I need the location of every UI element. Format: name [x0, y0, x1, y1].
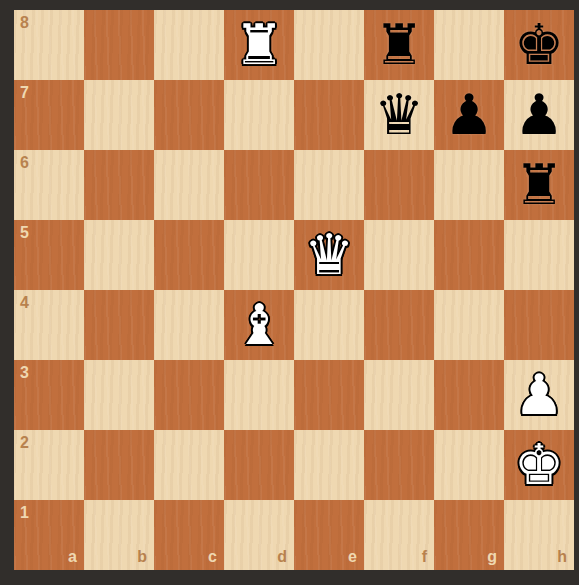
square-a5[interactable]: 5 [14, 220, 84, 290]
black-pawn-g7[interactable]: ♟ [444, 80, 494, 150]
rank-label-1: 1 [20, 505, 29, 521]
white-rook-d8[interactable]: ♜ [234, 10, 284, 80]
rank-label-6: 6 [20, 155, 29, 171]
square-d8[interactable]: ♜ [224, 10, 294, 80]
square-e5[interactable]: ♛ [294, 220, 364, 290]
black-pawn-h7[interactable]: ♟ [514, 80, 564, 150]
square-h1[interactable]: h [504, 500, 574, 570]
square-d6[interactable] [224, 150, 294, 220]
square-e8[interactable] [294, 10, 364, 80]
square-c2[interactable] [154, 430, 224, 500]
square-h7[interactable]: ♟ [504, 80, 574, 150]
square-e1[interactable]: e [294, 500, 364, 570]
square-f3[interactable] [364, 360, 434, 430]
square-h5[interactable] [504, 220, 574, 290]
square-f1[interactable]: f [364, 500, 434, 570]
square-a8[interactable]: 8 [14, 10, 84, 80]
square-f4[interactable] [364, 290, 434, 360]
square-f2[interactable] [364, 430, 434, 500]
black-king-h8[interactable]: ♚ [514, 10, 564, 80]
square-a6[interactable]: 6 [14, 150, 84, 220]
square-g4[interactable] [434, 290, 504, 360]
chess-app-stage: 8♜♜♚7♛♟♟6♜5♛4♝3♟2♚1abcdefgh [0, 0, 579, 585]
square-a4[interactable]: 4 [14, 290, 84, 360]
square-g3[interactable] [434, 360, 504, 430]
square-b7[interactable] [84, 80, 154, 150]
square-b4[interactable] [84, 290, 154, 360]
white-king-h2[interactable]: ♚ [514, 430, 564, 500]
square-d3[interactable] [224, 360, 294, 430]
file-label-h: h [557, 549, 567, 565]
rank-label-3: 3 [20, 365, 29, 381]
black-queen-f7[interactable]: ♛ [374, 80, 424, 150]
square-b2[interactable] [84, 430, 154, 500]
square-c3[interactable] [154, 360, 224, 430]
black-rook-f8[interactable]: ♜ [374, 10, 424, 80]
square-g6[interactable] [434, 150, 504, 220]
square-h3[interactable]: ♟ [504, 360, 574, 430]
square-b1[interactable]: b [84, 500, 154, 570]
square-c5[interactable] [154, 220, 224, 290]
square-c4[interactable] [154, 290, 224, 360]
square-e7[interactable] [294, 80, 364, 150]
rank-label-8: 8 [20, 15, 29, 31]
rank-label-5: 5 [20, 225, 29, 241]
square-c8[interactable] [154, 10, 224, 80]
square-g1[interactable]: g [434, 500, 504, 570]
black-rook-h6[interactable]: ♜ [514, 150, 564, 220]
square-c6[interactable] [154, 150, 224, 220]
file-label-b: b [137, 549, 147, 565]
square-d4[interactable]: ♝ [224, 290, 294, 360]
square-a1[interactable]: 1a [14, 500, 84, 570]
file-label-d: d [277, 549, 287, 565]
white-pawn-h3[interactable]: ♟ [514, 360, 564, 430]
file-label-g: g [487, 549, 497, 565]
square-b6[interactable] [84, 150, 154, 220]
square-h8[interactable]: ♚ [504, 10, 574, 80]
square-d1[interactable]: d [224, 500, 294, 570]
square-a3[interactable]: 3 [14, 360, 84, 430]
square-g7[interactable]: ♟ [434, 80, 504, 150]
square-f6[interactable] [364, 150, 434, 220]
square-b3[interactable] [84, 360, 154, 430]
file-label-f: f [422, 549, 427, 565]
square-e2[interactable] [294, 430, 364, 500]
square-h6[interactable]: ♜ [504, 150, 574, 220]
file-label-a: a [68, 549, 77, 565]
rank-label-4: 4 [20, 295, 29, 311]
square-h4[interactable] [504, 290, 574, 360]
rank-label-7: 7 [20, 85, 29, 101]
file-label-c: c [208, 549, 217, 565]
square-d5[interactable] [224, 220, 294, 290]
square-e3[interactable] [294, 360, 364, 430]
white-bishop-d4[interactable]: ♝ [234, 290, 284, 360]
file-label-e: e [348, 549, 357, 565]
rank-label-2: 2 [20, 435, 29, 451]
chess-board: 8♜♜♚7♛♟♟6♜5♛4♝3♟2♚1abcdefgh [14, 10, 574, 570]
square-e6[interactable] [294, 150, 364, 220]
square-b8[interactable] [84, 10, 154, 80]
square-f8[interactable]: ♜ [364, 10, 434, 80]
square-a7[interactable]: 7 [14, 80, 84, 150]
square-c1[interactable]: c [154, 500, 224, 570]
square-e4[interactable] [294, 290, 364, 360]
square-f7[interactable]: ♛ [364, 80, 434, 150]
square-d7[interactable] [224, 80, 294, 150]
square-b5[interactable] [84, 220, 154, 290]
square-g8[interactable] [434, 10, 504, 80]
square-h2[interactable]: ♚ [504, 430, 574, 500]
square-g2[interactable] [434, 430, 504, 500]
square-c7[interactable] [154, 80, 224, 150]
square-f5[interactable] [364, 220, 434, 290]
white-queen-e5[interactable]: ♛ [304, 220, 354, 290]
square-g5[interactable] [434, 220, 504, 290]
square-a2[interactable]: 2 [14, 430, 84, 500]
square-d2[interactable] [224, 430, 294, 500]
